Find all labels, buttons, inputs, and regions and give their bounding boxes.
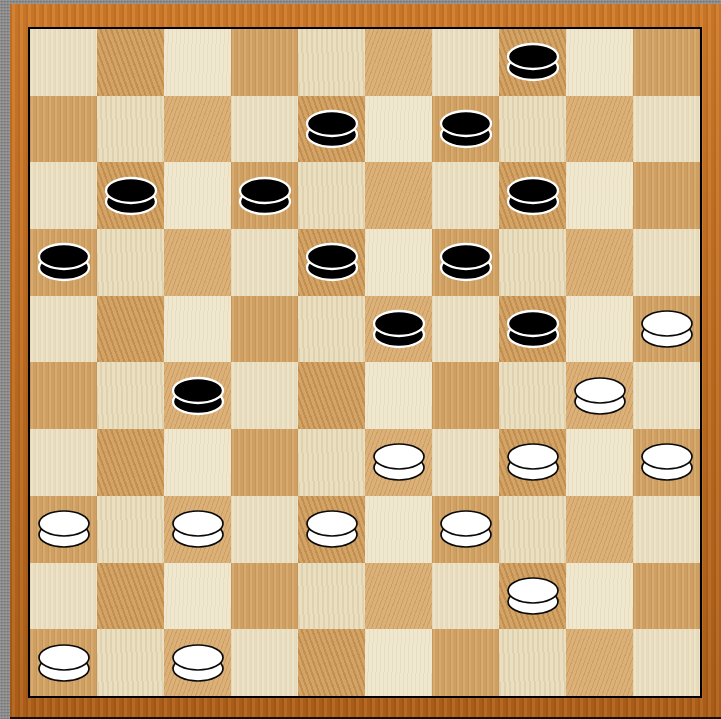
square-38[interactable]	[298, 496, 365, 563]
square-r7c9-light	[633, 496, 700, 563]
square-46[interactable]	[30, 629, 97, 696]
square-40[interactable]	[566, 496, 633, 563]
square-5[interactable]	[633, 29, 700, 96]
square-18[interactable]	[298, 229, 365, 296]
square-36[interactable]	[30, 496, 97, 563]
square-21[interactable]	[97, 296, 164, 363]
black-man[interactable]	[438, 109, 494, 149]
square-3[interactable]	[365, 29, 432, 96]
black-man[interactable]	[505, 42, 561, 82]
square-48[interactable]	[298, 629, 365, 696]
square-r1c7-light	[499, 96, 566, 163]
square-33[interactable]	[365, 429, 432, 496]
square-13[interactable]	[365, 162, 432, 229]
white-man[interactable]	[371, 442, 427, 482]
square-r4c6-light	[432, 296, 499, 363]
square-r2c8-light	[566, 162, 633, 229]
white-man[interactable]	[505, 442, 561, 482]
black-man[interactable]	[304, 242, 360, 282]
white-man[interactable]	[639, 309, 695, 349]
square-r7c5-light	[365, 496, 432, 563]
square-r3c9-light	[633, 229, 700, 296]
square-20[interactable]	[566, 229, 633, 296]
white-man[interactable]	[505, 576, 561, 616]
black-man[interactable]	[237, 176, 293, 216]
square-r7c3-light	[231, 496, 298, 563]
square-17[interactable]	[164, 229, 231, 296]
square-r5c9-light	[633, 362, 700, 429]
square-34[interactable]	[499, 429, 566, 496]
square-r2c6-light	[432, 162, 499, 229]
square-32[interactable]	[231, 429, 298, 496]
square-30[interactable]	[566, 362, 633, 429]
square-26[interactable]	[30, 362, 97, 429]
square-r8c2-light	[164, 563, 231, 630]
board-frame	[10, 4, 721, 719]
square-r6c4-light	[298, 429, 365, 496]
white-man[interactable]	[36, 643, 92, 683]
square-16[interactable]	[30, 229, 97, 296]
square-r6c2-light	[164, 429, 231, 496]
square-44[interactable]	[499, 563, 566, 630]
square-25[interactable]	[633, 296, 700, 363]
square-r3c7-light	[499, 229, 566, 296]
square-r3c3-light	[231, 229, 298, 296]
square-r0c0-light	[30, 29, 97, 96]
square-r3c5-light	[365, 229, 432, 296]
square-41[interactable]	[97, 563, 164, 630]
square-37[interactable]	[164, 496, 231, 563]
white-man[interactable]	[170, 509, 226, 549]
square-r6c6-light	[432, 429, 499, 496]
square-r0c6-light	[432, 29, 499, 96]
square-r9c9-light	[633, 629, 700, 696]
black-man[interactable]	[371, 309, 427, 349]
square-r9c7-light	[499, 629, 566, 696]
black-man[interactable]	[304, 109, 360, 149]
square-r2c0-light	[30, 162, 97, 229]
square-r5c1-light	[97, 362, 164, 429]
square-10[interactable]	[566, 96, 633, 163]
square-r5c3-light	[231, 362, 298, 429]
draughts-board	[28, 27, 702, 698]
square-1[interactable]	[97, 29, 164, 96]
square-35[interactable]	[633, 429, 700, 496]
square-r2c4-light	[298, 162, 365, 229]
square-r3c1-light	[97, 229, 164, 296]
black-man[interactable]	[438, 242, 494, 282]
white-man[interactable]	[304, 509, 360, 549]
black-man[interactable]	[170, 376, 226, 416]
table-background	[0, 0, 721, 719]
black-man[interactable]	[103, 176, 159, 216]
square-19[interactable]	[432, 229, 499, 296]
white-man[interactable]	[639, 442, 695, 482]
square-49[interactable]	[432, 629, 499, 696]
square-r1c3-light	[231, 96, 298, 163]
white-man[interactable]	[438, 509, 494, 549]
square-r4c4-light	[298, 296, 365, 363]
square-r6c8-light	[566, 429, 633, 496]
square-22[interactable]	[231, 296, 298, 363]
square-r2c2-light	[164, 162, 231, 229]
square-r0c4-light	[298, 29, 365, 96]
square-r8c4-light	[298, 563, 365, 630]
square-24[interactable]	[499, 296, 566, 363]
square-43[interactable]	[365, 563, 432, 630]
square-r8c0-light	[30, 563, 97, 630]
square-12[interactable]	[231, 162, 298, 229]
square-r1c9-light	[633, 96, 700, 163]
square-r4c8-light	[566, 296, 633, 363]
square-r1c5-light	[365, 96, 432, 163]
square-r9c3-light	[231, 629, 298, 696]
square-r1c1-light	[97, 96, 164, 163]
square-7[interactable]	[164, 96, 231, 163]
square-r4c0-light	[30, 296, 97, 363]
square-15[interactable]	[633, 162, 700, 229]
square-r5c5-light	[365, 362, 432, 429]
square-4[interactable]	[499, 29, 566, 96]
white-man[interactable]	[170, 643, 226, 683]
square-r8c8-light	[566, 563, 633, 630]
square-r0c8-light	[566, 29, 633, 96]
square-6[interactable]	[30, 96, 97, 163]
black-man[interactable]	[505, 176, 561, 216]
square-r9c1-light	[97, 629, 164, 696]
square-28[interactable]	[298, 362, 365, 429]
square-31[interactable]	[97, 429, 164, 496]
square-42[interactable]	[231, 563, 298, 630]
black-man[interactable]	[505, 309, 561, 349]
white-man[interactable]	[572, 376, 628, 416]
square-r4c2-light	[164, 296, 231, 363]
square-50[interactable]	[566, 629, 633, 696]
square-39[interactable]	[432, 496, 499, 563]
square-r0c2-light	[164, 29, 231, 96]
square-2[interactable]	[231, 29, 298, 96]
black-man[interactable]	[36, 242, 92, 282]
square-14[interactable]	[499, 162, 566, 229]
square-27[interactable]	[164, 362, 231, 429]
square-r9c5-light	[365, 629, 432, 696]
square-23[interactable]	[365, 296, 432, 363]
square-r7c1-light	[97, 496, 164, 563]
square-r8c6-light	[432, 563, 499, 630]
square-r7c7-light	[499, 496, 566, 563]
square-9[interactable]	[432, 96, 499, 163]
square-47[interactable]	[164, 629, 231, 696]
square-29[interactable]	[432, 362, 499, 429]
square-45[interactable]	[633, 563, 700, 630]
square-r6c0-light	[30, 429, 97, 496]
square-r5c7-light	[499, 362, 566, 429]
square-8[interactable]	[298, 96, 365, 163]
square-11[interactable]	[97, 162, 164, 229]
white-man[interactable]	[36, 509, 92, 549]
